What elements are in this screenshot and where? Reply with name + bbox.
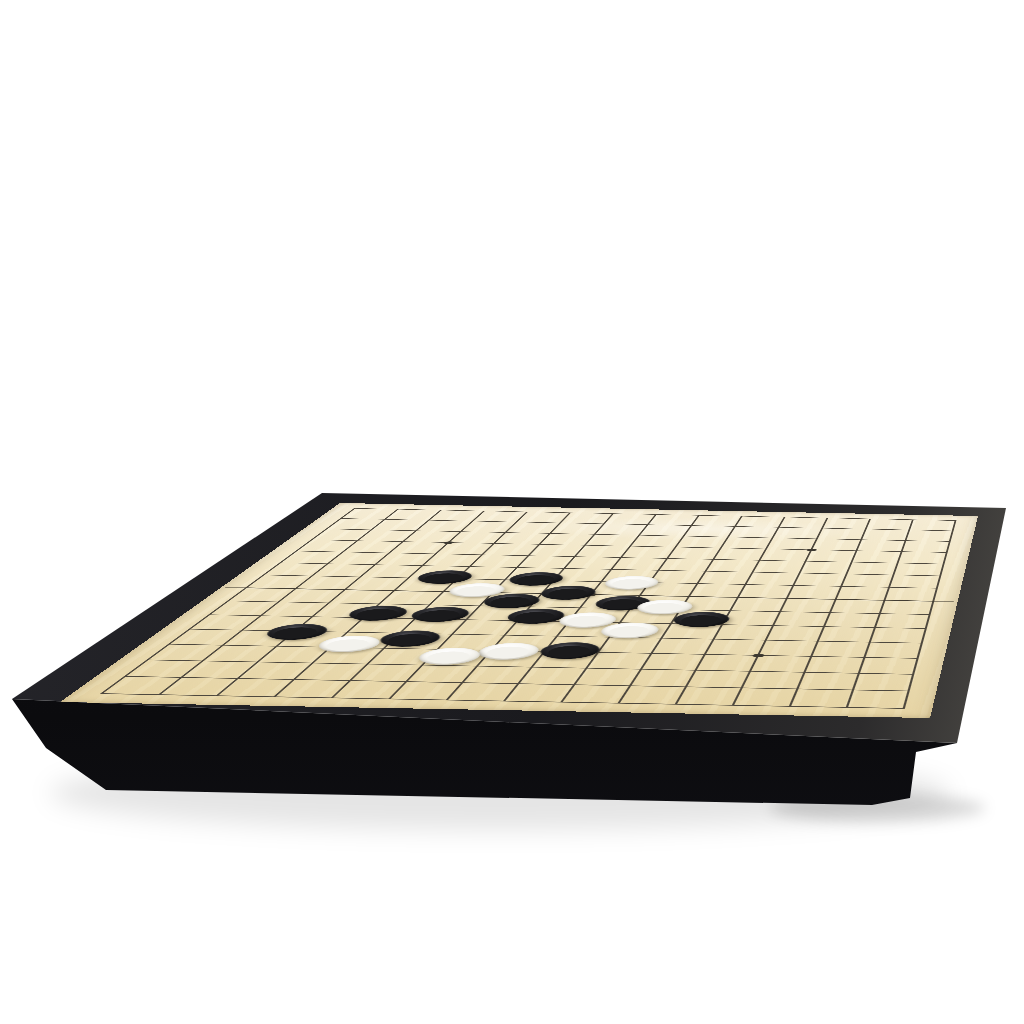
star-point xyxy=(751,654,764,658)
stone-glyph: ● xyxy=(534,642,605,660)
stone-glyph: ● xyxy=(600,575,662,590)
black-stone[interactable]: ● xyxy=(669,611,733,627)
black-stone[interactable]: ● xyxy=(534,642,605,660)
stone-glyph: ● xyxy=(596,622,663,639)
go-board-surface[interactable]: ●●●●●●●●●●●●●●●●●●●● xyxy=(60,503,978,718)
white-stone[interactable]: ● xyxy=(600,575,662,590)
stone-glyph: ● xyxy=(536,585,601,600)
floor-shadow xyxy=(50,756,950,830)
white-stone[interactable]: ● xyxy=(596,622,663,639)
product-photo-go-board: ●●●●●●●●●●●●●●●●●●●● Magnetic folding go… xyxy=(0,0,1024,1024)
black-stone[interactable]: ● xyxy=(536,585,601,600)
stone-glyph: ● xyxy=(669,611,733,627)
star-point xyxy=(806,548,817,551)
floor-shadow-right xyxy=(770,794,985,822)
